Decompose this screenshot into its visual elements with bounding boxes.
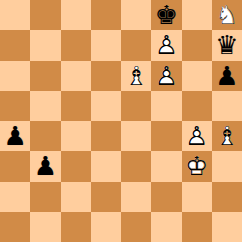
square-g2[interactable] (182, 182, 212, 212)
square-g5[interactable] (182, 91, 212, 121)
square-c1[interactable] (61, 212, 91, 242)
square-b8[interactable] (30, 0, 60, 30)
square-e8[interactable] (121, 0, 151, 30)
white-bishop[interactable]: ♝♗ (121, 61, 151, 91)
square-e3[interactable] (121, 151, 151, 181)
black-pawn[interactable]: ♟ (30, 151, 60, 181)
black-queen[interactable]: ♛ (212, 30, 242, 60)
square-e2[interactable] (121, 182, 151, 212)
square-h6[interactable]: ♟ (212, 61, 242, 91)
square-e6[interactable]: ♝♗ (121, 61, 151, 91)
square-e1[interactable] (121, 212, 151, 242)
square-f6[interactable]: ♟♙ (151, 61, 181, 91)
square-h7[interactable]: ♛ (212, 30, 242, 60)
white-pawn-outline: ♙ (182, 121, 212, 151)
square-a8[interactable] (0, 0, 30, 30)
white-bishop-fill: ♝ (121, 61, 151, 91)
square-c8[interactable] (61, 0, 91, 30)
square-h2[interactable] (212, 182, 242, 212)
square-d4[interactable] (91, 121, 121, 151)
square-e5[interactable] (121, 91, 151, 121)
square-d2[interactable] (91, 182, 121, 212)
square-b4[interactable] (30, 121, 60, 151)
black-king[interactable]: ♚ (151, 0, 181, 30)
white-pawn-outline: ♙ (151, 61, 181, 91)
square-a1[interactable] (0, 212, 30, 242)
square-g6[interactable] (182, 61, 212, 91)
white-pawn[interactable]: ♟♙ (151, 61, 181, 91)
white-knight[interactable]: ♞♘ (212, 0, 242, 30)
square-g8[interactable] (182, 0, 212, 30)
white-bishop-outline: ♗ (121, 61, 151, 91)
square-a3[interactable] (0, 151, 30, 181)
square-h3[interactable] (212, 151, 242, 181)
square-d6[interactable] (91, 61, 121, 91)
square-h5[interactable] (212, 91, 242, 121)
square-d1[interactable] (91, 212, 121, 242)
square-a7[interactable] (0, 30, 30, 60)
square-f7[interactable]: ♟♙ (151, 30, 181, 60)
square-d7[interactable] (91, 30, 121, 60)
white-pawn[interactable]: ♟♙ (151, 30, 181, 60)
square-a2[interactable] (0, 182, 30, 212)
black-pawn-glyph: ♟ (0, 121, 30, 151)
square-c7[interactable] (61, 30, 91, 60)
square-f2[interactable] (151, 182, 181, 212)
square-f8[interactable]: ♚ (151, 0, 181, 30)
square-g3[interactable]: ♚♔ (182, 151, 212, 181)
black-pawn-glyph: ♟ (212, 61, 242, 91)
square-h1[interactable] (212, 212, 242, 242)
square-b7[interactable] (30, 30, 60, 60)
square-f3[interactable] (151, 151, 181, 181)
square-f1[interactable] (151, 212, 181, 242)
white-king[interactable]: ♚♔ (182, 151, 212, 181)
square-c2[interactable] (61, 182, 91, 212)
square-a6[interactable] (0, 61, 30, 91)
white-pawn-outline: ♙ (151, 30, 181, 60)
square-d3[interactable] (91, 151, 121, 181)
square-b5[interactable] (30, 91, 60, 121)
chess-board: ♚♞♘♟♙♛♝♗♟♙♟♟♟♙♝♗♟♚♔ (0, 0, 242, 242)
square-c3[interactable] (61, 151, 91, 181)
square-b2[interactable] (30, 182, 60, 212)
black-pawn[interactable]: ♟ (0, 121, 30, 151)
white-king-fill: ♚ (182, 151, 212, 181)
square-g4[interactable]: ♟♙ (182, 121, 212, 151)
square-g7[interactable] (182, 30, 212, 60)
black-pawn-glyph: ♟ (30, 151, 60, 181)
square-a5[interactable] (0, 91, 30, 121)
white-bishop-outline: ♗ (212, 121, 242, 151)
black-pawn[interactable]: ♟ (212, 61, 242, 91)
white-pawn-fill: ♟ (151, 30, 181, 60)
square-b6[interactable] (30, 61, 60, 91)
square-c5[interactable] (61, 91, 91, 121)
black-king-glyph: ♚ (151, 0, 181, 30)
square-b3[interactable]: ♟ (30, 151, 60, 181)
white-knight-fill: ♞ (212, 0, 242, 30)
white-bishop[interactable]: ♝♗ (212, 121, 242, 151)
square-a4[interactable]: ♟ (0, 121, 30, 151)
square-c4[interactable] (61, 121, 91, 151)
square-h4[interactable]: ♝♗ (212, 121, 242, 151)
white-knight-outline: ♘ (212, 0, 242, 30)
white-king-outline: ♔ (182, 151, 212, 181)
square-h8[interactable]: ♞♘ (212, 0, 242, 30)
square-e7[interactable] (121, 30, 151, 60)
square-e4[interactable] (121, 121, 151, 151)
square-d5[interactable] (91, 91, 121, 121)
black-queen-glyph: ♛ (212, 30, 242, 60)
square-b1[interactable] (30, 212, 60, 242)
square-f5[interactable] (151, 91, 181, 121)
square-g1[interactable] (182, 212, 212, 242)
square-d8[interactable] (91, 0, 121, 30)
square-f4[interactable] (151, 121, 181, 151)
white-pawn[interactable]: ♟♙ (182, 121, 212, 151)
white-bishop-fill: ♝ (212, 121, 242, 151)
white-pawn-fill: ♟ (182, 121, 212, 151)
square-c6[interactable] (61, 61, 91, 91)
white-pawn-fill: ♟ (151, 61, 181, 91)
